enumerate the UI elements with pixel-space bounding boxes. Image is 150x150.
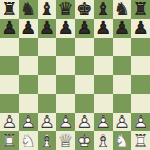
square-f4[interactable] bbox=[94, 75, 113, 94]
square-g1[interactable]: ♞♘ bbox=[113, 131, 132, 150]
pawn-glyph-outline: ♙ bbox=[94, 113, 113, 132]
bishop-glyph-outline: ♗ bbox=[38, 131, 57, 150]
square-c7[interactable]: ♟♙ bbox=[38, 19, 57, 38]
rook-glyph-outline: ♖ bbox=[0, 0, 19, 19]
pawn-glyph-outline: ♙ bbox=[113, 113, 132, 132]
square-f1[interactable]: ♝♗ bbox=[94, 131, 113, 150]
square-d3[interactable] bbox=[56, 94, 75, 113]
piece-white-pawn[interactable]: ♟♙ bbox=[75, 113, 94, 132]
square-e8[interactable]: ♚♔ bbox=[75, 0, 94, 19]
pawn-glyph-outline: ♙ bbox=[38, 19, 57, 38]
piece-white-bishop[interactable]: ♝♗ bbox=[38, 131, 57, 150]
pawn-glyph-outline: ♙ bbox=[94, 19, 113, 38]
piece-white-pawn[interactable]: ♟♙ bbox=[113, 113, 132, 132]
square-f3[interactable] bbox=[94, 94, 113, 113]
pawn-glyph-outline: ♙ bbox=[56, 19, 75, 38]
piece-black-pawn[interactable]: ♟♙ bbox=[131, 19, 150, 38]
square-g8[interactable]: ♞♘ bbox=[113, 0, 132, 19]
piece-black-queen[interactable]: ♛♕ bbox=[56, 0, 75, 19]
knight-glyph-outline: ♘ bbox=[113, 131, 132, 150]
piece-black-rook[interactable]: ♜♖ bbox=[131, 0, 150, 19]
square-g2[interactable]: ♟♙ bbox=[113, 113, 132, 132]
piece-white-king[interactable]: ♚♔ bbox=[75, 131, 94, 150]
queen-glyph-outline: ♕ bbox=[56, 131, 75, 150]
pawn-glyph-outline: ♙ bbox=[19, 113, 38, 132]
piece-black-knight[interactable]: ♞♘ bbox=[113, 0, 132, 19]
square-c4[interactable] bbox=[38, 75, 57, 94]
square-c1[interactable]: ♝♗ bbox=[38, 131, 57, 150]
square-a7[interactable]: ♟♙ bbox=[0, 19, 19, 38]
piece-black-king[interactable]: ♚♔ bbox=[75, 0, 94, 19]
square-h2[interactable]: ♟♙ bbox=[131, 113, 150, 132]
square-d2[interactable]: ♟♙ bbox=[56, 113, 75, 132]
square-c5[interactable] bbox=[38, 56, 57, 75]
rook-glyph-outline: ♖ bbox=[0, 131, 19, 150]
square-a5[interactable] bbox=[0, 56, 19, 75]
square-d6[interactable] bbox=[56, 38, 75, 57]
square-e2[interactable]: ♟♙ bbox=[75, 113, 94, 132]
pawn-glyph-outline: ♙ bbox=[0, 113, 19, 132]
piece-black-pawn[interactable]: ♟♙ bbox=[19, 19, 38, 38]
square-e5[interactable] bbox=[75, 56, 94, 75]
piece-white-bishop[interactable]: ♝♗ bbox=[94, 131, 113, 150]
square-e1[interactable]: ♚♔ bbox=[75, 131, 94, 150]
square-a4[interactable] bbox=[0, 75, 19, 94]
square-c6[interactable] bbox=[38, 38, 57, 57]
square-h8[interactable]: ♜♖ bbox=[131, 0, 150, 19]
square-a1[interactable]: ♜♖ bbox=[0, 131, 19, 150]
square-e6[interactable] bbox=[75, 38, 94, 57]
king-glyph-outline: ♔ bbox=[75, 131, 94, 150]
piece-white-pawn[interactable]: ♟♙ bbox=[94, 113, 113, 132]
piece-black-rook[interactable]: ♜♖ bbox=[0, 0, 19, 19]
square-b5[interactable] bbox=[19, 56, 38, 75]
pawn-glyph-outline: ♙ bbox=[75, 113, 94, 132]
square-f5[interactable] bbox=[94, 56, 113, 75]
square-b3[interactable] bbox=[19, 94, 38, 113]
piece-black-pawn[interactable]: ♟♙ bbox=[75, 19, 94, 38]
knight-glyph-outline: ♘ bbox=[19, 0, 38, 19]
square-e4[interactable] bbox=[75, 75, 94, 94]
knight-glyph-outline: ♘ bbox=[113, 0, 132, 19]
square-g4[interactable] bbox=[113, 75, 132, 94]
chess-board: ♜♖♞♘♝♗♛♕♚♔♝♗♞♘♜♖♟♙♟♙♟♙♟♙♟♙♟♙♟♙♟♙♟♙♟♙♟♙♟♙… bbox=[0, 0, 150, 150]
square-f8[interactable]: ♝♗ bbox=[94, 0, 113, 19]
square-e3[interactable] bbox=[75, 94, 94, 113]
square-g6[interactable] bbox=[113, 38, 132, 57]
pawn-glyph-outline: ♙ bbox=[19, 19, 38, 38]
piece-white-knight[interactable]: ♞♘ bbox=[113, 131, 132, 150]
square-d5[interactable] bbox=[56, 56, 75, 75]
pawn-glyph-outline: ♙ bbox=[0, 19, 19, 38]
piece-white-rook[interactable]: ♜♖ bbox=[131, 131, 150, 150]
square-f6[interactable] bbox=[94, 38, 113, 57]
square-a2[interactable]: ♟♙ bbox=[0, 113, 19, 132]
piece-black-pawn[interactable]: ♟♙ bbox=[56, 19, 75, 38]
piece-black-knight[interactable]: ♞♘ bbox=[19, 0, 38, 19]
square-b4[interactable] bbox=[19, 75, 38, 94]
piece-white-rook[interactable]: ♜♖ bbox=[0, 131, 19, 150]
piece-white-pawn[interactable]: ♟♙ bbox=[56, 113, 75, 132]
piece-white-pawn[interactable]: ♟♙ bbox=[38, 113, 57, 132]
square-b8[interactable]: ♞♘ bbox=[19, 0, 38, 19]
pawn-glyph-outline: ♙ bbox=[38, 113, 57, 132]
square-a8[interactable]: ♜♖ bbox=[0, 0, 19, 19]
square-h3[interactable] bbox=[131, 94, 150, 113]
rook-glyph-outline: ♖ bbox=[131, 131, 150, 150]
piece-black-pawn[interactable]: ♟♙ bbox=[113, 19, 132, 38]
square-f2[interactable]: ♟♙ bbox=[94, 113, 113, 132]
bishop-glyph-outline: ♗ bbox=[38, 0, 57, 19]
square-h1[interactable]: ♜♖ bbox=[131, 131, 150, 150]
piece-black-bishop[interactable]: ♝♗ bbox=[38, 0, 57, 19]
square-d4[interactable] bbox=[56, 75, 75, 94]
queen-glyph-outline: ♕ bbox=[56, 0, 75, 19]
square-b7[interactable]: ♟♙ bbox=[19, 19, 38, 38]
square-d8[interactable]: ♛♕ bbox=[56, 0, 75, 19]
piece-white-pawn[interactable]: ♟♙ bbox=[19, 113, 38, 132]
square-g5[interactable] bbox=[113, 56, 132, 75]
square-g7[interactable]: ♟♙ bbox=[113, 19, 132, 38]
square-c8[interactable]: ♝♗ bbox=[38, 0, 57, 19]
piece-black-bishop[interactable]: ♝♗ bbox=[94, 0, 113, 19]
piece-white-pawn[interactable]: ♟♙ bbox=[131, 113, 150, 132]
bishop-glyph-outline: ♗ bbox=[94, 0, 113, 19]
square-b6[interactable] bbox=[19, 38, 38, 57]
square-g3[interactable] bbox=[113, 94, 132, 113]
pawn-glyph-outline: ♙ bbox=[131, 19, 150, 38]
square-h5[interactable] bbox=[131, 56, 150, 75]
piece-white-pawn[interactable]: ♟♙ bbox=[0, 113, 19, 132]
square-f7[interactable]: ♟♙ bbox=[94, 19, 113, 38]
piece-white-knight[interactable]: ♞♘ bbox=[19, 131, 38, 150]
pawn-glyph-outline: ♙ bbox=[113, 19, 132, 38]
square-h7[interactable]: ♟♙ bbox=[131, 19, 150, 38]
square-a6[interactable] bbox=[0, 38, 19, 57]
pawn-glyph-outline: ♙ bbox=[75, 19, 94, 38]
square-c3[interactable] bbox=[38, 94, 57, 113]
square-b2[interactable]: ♟♙ bbox=[19, 113, 38, 132]
square-d1[interactable]: ♛♕ bbox=[56, 131, 75, 150]
king-glyph-outline: ♔ bbox=[75, 0, 94, 19]
bishop-glyph-outline: ♗ bbox=[94, 131, 113, 150]
square-e7[interactable]: ♟♙ bbox=[75, 19, 94, 38]
pawn-glyph-outline: ♙ bbox=[131, 113, 150, 132]
piece-white-queen[interactable]: ♛♕ bbox=[56, 131, 75, 150]
piece-black-pawn[interactable]: ♟♙ bbox=[94, 19, 113, 38]
piece-black-pawn[interactable]: ♟♙ bbox=[38, 19, 57, 38]
square-c2[interactable]: ♟♙ bbox=[38, 113, 57, 132]
pawn-glyph-outline: ♙ bbox=[56, 113, 75, 132]
square-b1[interactable]: ♞♘ bbox=[19, 131, 38, 150]
square-d7[interactable]: ♟♙ bbox=[56, 19, 75, 38]
square-h4[interactable] bbox=[131, 75, 150, 94]
knight-glyph-outline: ♘ bbox=[19, 131, 38, 150]
rook-glyph-outline: ♖ bbox=[131, 0, 150, 19]
square-a3[interactable] bbox=[0, 94, 19, 113]
square-h6[interactable] bbox=[131, 38, 150, 57]
piece-black-pawn[interactable]: ♟♙ bbox=[0, 19, 19, 38]
